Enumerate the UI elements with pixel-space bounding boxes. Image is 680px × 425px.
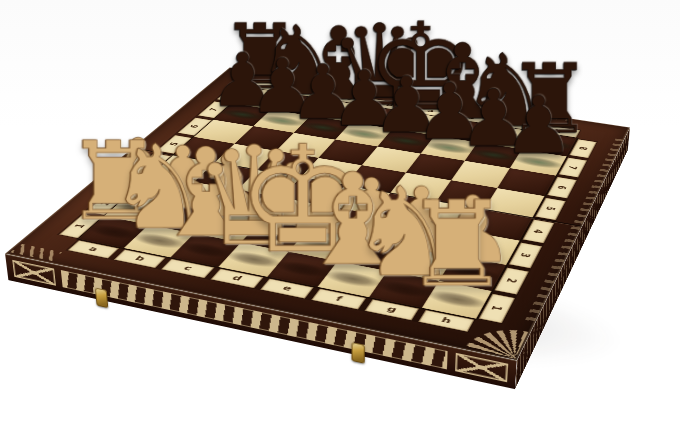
carved-x-ornament-icon: [455, 353, 508, 382]
brass-clasp-left[interactable]: [95, 288, 108, 309]
shadow-h8: [522, 136, 577, 152]
chess-board: abcdefgh abcdefgh 87654321 87654321 ♜♞♝♛…: [5, 67, 630, 360]
piece-white-rook-h1[interactable]: ♜: [364, 167, 550, 300]
brass-clasp-right[interactable]: [351, 342, 364, 364]
chess-scene: abcdefgh abcdefgh 87654321 87654321 ♜♞♝♛…: [105, 0, 585, 425]
carved-x-ornament-icon: [12, 260, 56, 286]
product-photo: abcdefgh abcdefgh 87654321 87654321 ♜♞♝♛…: [0, 0, 680, 425]
shadow-g8: [478, 129, 532, 145]
pieces-layer: ♜♞♝♛♚♝♞♜♟♟♟♟♟♟♟♟♟♟♟♟♟♟♟♟♜♞♝♛♚♝♞♜: [5, 67, 630, 360]
shadow-f8: [436, 122, 490, 137]
